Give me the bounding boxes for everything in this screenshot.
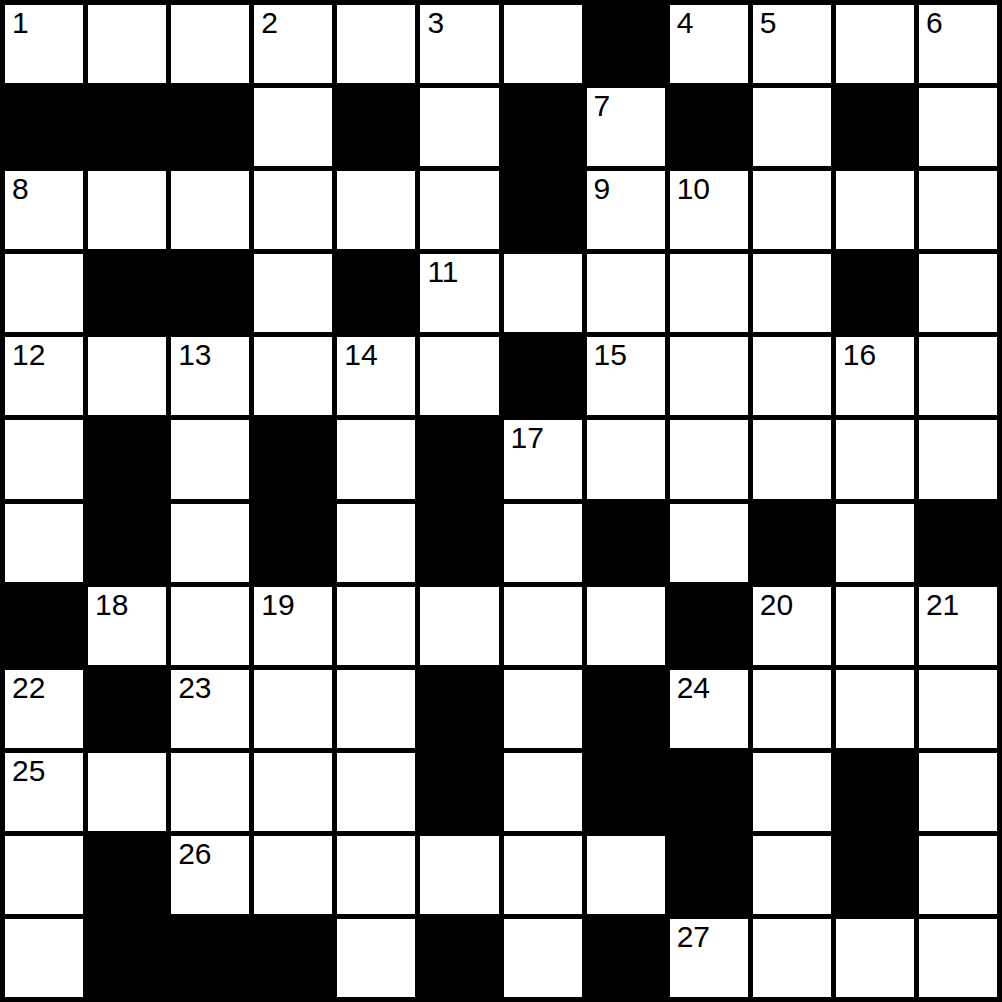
cell-r7c7[interactable] <box>587 587 665 665</box>
cell-r4c1[interactable] <box>88 337 166 415</box>
cell-r0c8[interactable]: 4 <box>670 5 748 83</box>
block-cell-r3c4 <box>337 254 415 332</box>
cell-r0c0[interactable]: 1 <box>5 5 83 83</box>
block-cell-r1c4 <box>337 88 415 166</box>
cell-r0c11[interactable]: 6 <box>919 5 997 83</box>
block-cell-r0c7 <box>587 5 665 83</box>
cell-r10c9[interactable] <box>753 836 831 914</box>
cell-r8c4[interactable] <box>337 670 415 748</box>
cell-r2c9[interactable] <box>753 171 831 249</box>
clue-number-27: 27 <box>677 921 710 953</box>
clue-number-19: 19 <box>261 589 294 621</box>
cell-r6c0[interactable] <box>5 504 83 582</box>
cell-r11c11[interactable] <box>919 919 997 997</box>
clue-number-10: 10 <box>677 173 710 205</box>
clue-number-1: 1 <box>12 7 29 39</box>
cell-r0c9[interactable]: 5 <box>753 5 831 83</box>
cell-r8c2[interactable]: 23 <box>171 670 249 748</box>
block-cell-r9c8 <box>670 753 748 831</box>
cell-r6c2[interactable] <box>171 504 249 582</box>
cell-r7c9[interactable]: 20 <box>753 587 831 665</box>
clue-number-11: 11 <box>427 256 458 288</box>
cell-r10c11[interactable] <box>919 836 997 914</box>
block-cell-r6c5 <box>420 504 498 582</box>
clue-number-16: 16 <box>843 339 876 371</box>
cell-r11c10[interactable] <box>836 919 914 997</box>
block-cell-r2c6 <box>504 171 582 249</box>
cell-r2c7[interactable]: 9 <box>587 171 665 249</box>
cell-r8c8[interactable]: 24 <box>670 670 748 748</box>
clue-number-23: 23 <box>178 672 211 704</box>
cell-r7c1[interactable]: 18 <box>88 587 166 665</box>
cell-r3c11[interactable] <box>919 254 997 332</box>
block-cell-r6c1 <box>88 504 166 582</box>
block-cell-r10c10 <box>836 836 914 914</box>
cell-r3c5[interactable]: 11 <box>420 254 498 332</box>
cell-r10c7[interactable] <box>587 836 665 914</box>
block-cell-r9c5 <box>420 753 498 831</box>
cell-r8c3[interactable] <box>254 670 332 748</box>
cell-r5c2[interactable] <box>171 420 249 498</box>
cell-r0c3[interactable]: 2 <box>254 5 332 83</box>
cell-r11c6[interactable] <box>504 919 582 997</box>
block-cell-r10c1 <box>88 836 166 914</box>
block-cell-r1c1 <box>88 88 166 166</box>
clue-number-12: 12 <box>12 339 45 371</box>
cell-r5c8[interactable] <box>670 420 748 498</box>
cell-r9c9[interactable] <box>753 753 831 831</box>
cell-r2c0[interactable]: 8 <box>5 171 83 249</box>
block-cell-r11c5 <box>420 919 498 997</box>
cell-r8c11[interactable] <box>919 670 997 748</box>
cell-r0c2[interactable] <box>171 5 249 83</box>
clue-number-3: 3 <box>427 7 444 39</box>
cell-r10c3[interactable] <box>254 836 332 914</box>
clue-number-21: 21 <box>926 589 959 621</box>
cell-r10c4[interactable] <box>337 836 415 914</box>
cell-r5c11[interactable] <box>919 420 997 498</box>
cell-r3c9[interactable] <box>753 254 831 332</box>
block-cell-r10c8 <box>670 836 748 914</box>
cell-r8c6[interactable] <box>504 670 582 748</box>
cell-r4c2[interactable]: 13 <box>171 337 249 415</box>
cell-r10c2[interactable]: 26 <box>171 836 249 914</box>
clue-number-26: 26 <box>178 838 211 870</box>
block-cell-r8c7 <box>587 670 665 748</box>
cell-r2c11[interactable] <box>919 171 997 249</box>
cell-r8c0[interactable]: 22 <box>5 670 83 748</box>
cell-r1c9[interactable] <box>753 88 831 166</box>
cell-r7c4[interactable] <box>337 587 415 665</box>
clue-number-6: 6 <box>926 7 943 39</box>
cell-r5c0[interactable] <box>5 420 83 498</box>
cell-r9c3[interactable] <box>254 753 332 831</box>
cell-r4c10[interactable]: 16 <box>836 337 914 415</box>
clue-number-7: 7 <box>594 90 611 122</box>
block-cell-r4c6 <box>504 337 582 415</box>
block-cell-r1c6 <box>504 88 582 166</box>
cell-r4c8[interactable] <box>670 337 748 415</box>
cell-r0c1[interactable] <box>88 5 166 83</box>
cell-r2c3[interactable] <box>254 171 332 249</box>
cell-r11c8[interactable]: 27 <box>670 919 748 997</box>
cell-r3c6[interactable] <box>504 254 582 332</box>
cell-r9c0[interactable]: 25 <box>5 753 83 831</box>
cell-r3c0[interactable] <box>5 254 83 332</box>
block-cell-r1c10 <box>836 88 914 166</box>
cell-r7c6[interactable] <box>504 587 582 665</box>
cell-r3c7[interactable] <box>587 254 665 332</box>
cell-r6c10[interactable] <box>836 504 914 582</box>
cell-r2c10[interactable] <box>836 171 914 249</box>
cell-r0c5[interactable]: 3 <box>420 5 498 83</box>
cell-r0c4[interactable] <box>337 5 415 83</box>
cell-r3c3[interactable] <box>254 254 332 332</box>
clue-number-22: 22 <box>12 672 45 704</box>
clue-number-2: 2 <box>261 7 278 39</box>
block-cell-r1c2 <box>171 88 249 166</box>
clue-number-14: 14 <box>344 339 377 371</box>
clue-number-15: 15 <box>594 339 627 371</box>
cell-r11c0[interactable] <box>5 919 83 997</box>
cell-r11c9[interactable] <box>753 919 831 997</box>
cell-r7c5[interactable] <box>420 587 498 665</box>
cell-r0c6[interactable] <box>504 5 582 83</box>
cell-r1c3[interactable] <box>254 88 332 166</box>
block-cell-r9c10 <box>836 753 914 831</box>
block-cell-r3c2 <box>171 254 249 332</box>
block-cell-r1c0 <box>5 88 83 166</box>
cell-r3c8[interactable] <box>670 254 748 332</box>
cell-r2c5[interactable] <box>420 171 498 249</box>
block-cell-r3c1 <box>88 254 166 332</box>
cell-r6c4[interactable] <box>337 504 415 582</box>
cell-r0c10[interactable] <box>836 5 914 83</box>
cell-r5c9[interactable] <box>753 420 831 498</box>
clue-number-4: 4 <box>677 7 694 39</box>
block-cell-r5c3 <box>254 420 332 498</box>
block-cell-r5c5 <box>420 420 498 498</box>
cell-r1c11[interactable] <box>919 88 997 166</box>
block-cell-r6c9 <box>753 504 831 582</box>
cell-r10c6[interactable] <box>504 836 582 914</box>
cell-r5c7[interactable] <box>587 420 665 498</box>
cell-r4c3[interactable] <box>254 337 332 415</box>
cell-r6c8[interactable] <box>670 504 748 582</box>
block-cell-r5c1 <box>88 420 166 498</box>
cell-r10c0[interactable] <box>5 836 83 914</box>
cell-r11c4[interactable] <box>337 919 415 997</box>
cell-r9c6[interactable] <box>504 753 582 831</box>
clue-number-8: 8 <box>12 173 29 205</box>
cell-r9c2[interactable] <box>171 753 249 831</box>
cell-r7c3[interactable]: 19 <box>254 587 332 665</box>
cell-r4c5[interactable] <box>420 337 498 415</box>
clue-number-20: 20 <box>760 589 793 621</box>
block-cell-r8c5 <box>420 670 498 748</box>
cell-r5c6[interactable]: 17 <box>504 420 582 498</box>
cell-r7c2[interactable] <box>171 587 249 665</box>
cell-r7c11[interactable]: 21 <box>919 587 997 665</box>
block-cell-r11c1 <box>88 919 166 997</box>
clue-number-18: 18 <box>95 589 128 621</box>
cell-r4c4[interactable]: 14 <box>337 337 415 415</box>
cell-r4c7[interactable]: 15 <box>587 337 665 415</box>
block-cell-r11c2 <box>171 919 249 997</box>
cell-r5c10[interactable] <box>836 420 914 498</box>
clue-number-24: 24 <box>677 672 710 704</box>
crossword-board: 1234567891011121314151617181920212223242… <box>0 0 1002 1002</box>
block-cell-r6c7 <box>587 504 665 582</box>
clue-number-17: 17 <box>511 422 544 454</box>
cell-r8c9[interactable] <box>753 670 831 748</box>
cell-r2c8[interactable]: 10 <box>670 171 748 249</box>
cell-r4c9[interactable] <box>753 337 831 415</box>
block-cell-r8c1 <box>88 670 166 748</box>
block-cell-r1c8 <box>670 88 748 166</box>
block-cell-r11c3 <box>254 919 332 997</box>
clue-number-9: 9 <box>594 173 611 205</box>
block-cell-r6c3 <box>254 504 332 582</box>
block-cell-r3c10 <box>836 254 914 332</box>
clue-number-25: 25 <box>12 755 45 787</box>
cell-r6c6[interactable] <box>504 504 582 582</box>
cell-r8c10[interactable] <box>836 670 914 748</box>
cell-r10c5[interactable] <box>420 836 498 914</box>
cell-r2c2[interactable] <box>171 171 249 249</box>
cell-r2c1[interactable] <box>88 171 166 249</box>
cell-r1c5[interactable] <box>420 88 498 166</box>
block-cell-r7c0 <box>5 587 83 665</box>
cell-r2c4[interactable] <box>337 171 415 249</box>
block-cell-r9c7 <box>587 753 665 831</box>
clue-number-13: 13 <box>178 339 211 371</box>
block-cell-r11c7 <box>587 919 665 997</box>
block-cell-r6c11 <box>919 504 997 582</box>
cell-r4c11[interactable] <box>919 337 997 415</box>
cell-r9c11[interactable] <box>919 753 997 831</box>
cell-r4c0[interactable]: 12 <box>5 337 83 415</box>
block-cell-r7c8 <box>670 587 748 665</box>
cell-r9c1[interactable] <box>88 753 166 831</box>
cell-r7c10[interactable] <box>836 587 914 665</box>
cell-r5c4[interactable] <box>337 420 415 498</box>
cell-r1c7[interactable]: 7 <box>587 88 665 166</box>
cell-r9c4[interactable] <box>337 753 415 831</box>
clue-number-5: 5 <box>760 7 777 39</box>
